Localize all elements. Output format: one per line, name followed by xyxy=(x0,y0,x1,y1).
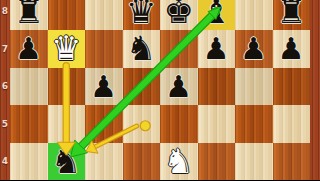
square-g8[interactable] xyxy=(235,0,273,30)
black-pawn[interactable]: ♟ xyxy=(278,30,305,67)
rank-label-6: 6 xyxy=(0,81,10,91)
black-pawn[interactable]: ♟ xyxy=(240,30,267,67)
black-knight[interactable]: ♞ xyxy=(126,30,156,67)
black-bishop[interactable]: ♝ xyxy=(201,0,231,30)
board-frame-right xyxy=(310,0,320,180)
square-b6[interactable] xyxy=(48,68,86,106)
square-d7[interactable]: ♞ xyxy=(123,30,161,68)
square-b5[interactable] xyxy=(48,105,86,143)
chess-board: ♜♛♚♝♜♟♛♞♟♟♟♟♟♞♞ 87654 xyxy=(0,0,320,180)
square-g4[interactable] xyxy=(235,143,273,181)
black-rook[interactable]: ♜ xyxy=(276,0,306,30)
square-e5[interactable] xyxy=(160,105,198,143)
square-h7[interactable]: ♟ xyxy=(273,30,311,68)
square-b8[interactable] xyxy=(48,0,86,30)
black-pawn[interactable]: ♟ xyxy=(90,68,117,105)
rank-label-8: 8 xyxy=(0,6,10,16)
black-knight[interactable]: ♞ xyxy=(51,143,81,180)
rank-label-5: 5 xyxy=(0,119,10,129)
board-squares[interactable]: ♜♛♚♝♜♟♛♞♟♟♟♟♟♞♞ xyxy=(10,0,310,180)
square-g5[interactable] xyxy=(235,105,273,143)
rank-label-7: 7 xyxy=(0,44,10,54)
square-a6[interactable] xyxy=(10,68,48,106)
black-queen[interactable]: ♛ xyxy=(126,0,156,30)
square-f7[interactable]: ♟ xyxy=(198,30,236,68)
square-b7[interactable]: ♛ xyxy=(48,30,86,68)
square-b4[interactable]: ♞ xyxy=(48,143,86,181)
square-e7[interactable] xyxy=(160,30,198,68)
rank-label-4: 4 xyxy=(0,156,10,166)
square-a7[interactable]: ♟ xyxy=(10,30,48,68)
square-h6[interactable] xyxy=(273,68,311,106)
square-c5[interactable] xyxy=(85,105,123,143)
square-d5[interactable] xyxy=(123,105,161,143)
square-d6[interactable] xyxy=(123,68,161,106)
square-d4[interactable] xyxy=(123,143,161,181)
square-e6[interactable]: ♟ xyxy=(160,68,198,106)
black-pawn[interactable]: ♟ xyxy=(165,68,192,105)
square-c4[interactable] xyxy=(85,143,123,181)
square-a4[interactable] xyxy=(10,143,48,181)
square-f6[interactable] xyxy=(198,68,236,106)
square-a5[interactable] xyxy=(10,105,48,143)
square-h4[interactable] xyxy=(273,143,311,181)
black-pawn[interactable]: ♟ xyxy=(15,30,42,67)
white-knight[interactable]: ♞ xyxy=(164,143,194,180)
square-g7[interactable]: ♟ xyxy=(235,30,273,68)
square-c7[interactable] xyxy=(85,30,123,68)
black-pawn[interactable]: ♟ xyxy=(203,30,230,67)
square-c8[interactable] xyxy=(85,0,123,30)
square-c6[interactable]: ♟ xyxy=(85,68,123,106)
square-f8[interactable]: ♝ xyxy=(198,0,236,30)
black-king[interactable]: ♚ xyxy=(164,0,194,30)
black-rook[interactable]: ♜ xyxy=(14,0,44,30)
square-g6[interactable] xyxy=(235,68,273,106)
square-h8[interactable]: ♜ xyxy=(273,0,311,30)
square-e4[interactable]: ♞ xyxy=(160,143,198,181)
square-a8[interactable]: ♜ xyxy=(10,0,48,30)
square-f5[interactable] xyxy=(198,105,236,143)
square-d8[interactable]: ♛ xyxy=(123,0,161,30)
white-queen[interactable]: ♛ xyxy=(51,30,81,67)
square-h5[interactable] xyxy=(273,105,311,143)
square-e8[interactable]: ♚ xyxy=(160,0,198,30)
square-f4[interactable] xyxy=(198,143,236,181)
